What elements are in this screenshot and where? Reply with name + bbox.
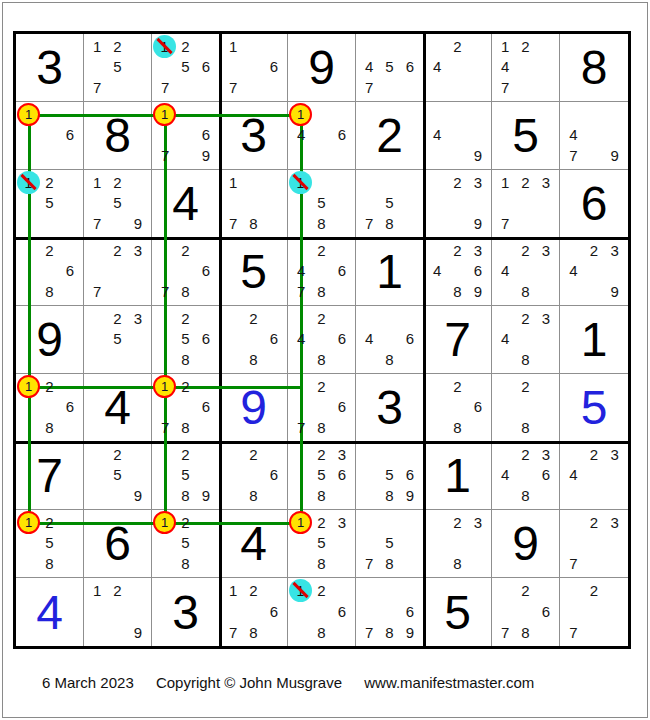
- pencil-marks: 58: [291, 172, 352, 234]
- cell-r7c5[interactable]: 23568: [288, 442, 356, 510]
- cell-r9c6[interactable]: 6789: [356, 578, 424, 646]
- pencil-marks: 23568: [291, 444, 352, 506]
- given-digit: 9: [16, 306, 83, 373]
- candidate-2: 2: [39, 172, 59, 193]
- given-digit: 9: [288, 34, 355, 101]
- cell-r3c4[interactable]: 178: [220, 170, 288, 238]
- footer: 6 March 2023 Copyright © John Musgrave w…: [42, 674, 552, 691]
- candidate-6: 6: [196, 57, 216, 78]
- pencil-marks: 28: [495, 376, 556, 438]
- pencil-marks: 4567: [359, 36, 420, 98]
- cell-r6c9[interactable]: 5: [560, 374, 628, 442]
- candidate-4: 4: [291, 261, 311, 282]
- candidate-9: 9: [128, 485, 148, 506]
- candidate-2: 2: [243, 444, 263, 465]
- cell-r2c5[interactable]: 46: [288, 102, 356, 170]
- solved-digit: 5: [560, 374, 628, 441]
- candidate-2: 2: [107, 580, 127, 601]
- pencil-marks: 679: [155, 104, 216, 166]
- pencil-marks: 237: [563, 512, 625, 574]
- candidate-2: 2: [175, 512, 195, 533]
- cell-r8c8[interactable]: 9: [492, 510, 560, 578]
- candidate-2: 2: [311, 580, 331, 601]
- pencil-marks: 237: [87, 240, 148, 302]
- candidate-2: 2: [175, 240, 195, 261]
- cell-r6c8[interactable]: 28: [492, 374, 560, 442]
- pencil-marks: 268: [291, 580, 352, 643]
- candidate-2: 2: [584, 444, 605, 465]
- candidate-2: 2: [175, 308, 195, 329]
- cell-r8c6[interactable]: 578: [356, 510, 424, 578]
- candidate-7: 7: [155, 281, 175, 302]
- candidate-7: 7: [563, 553, 584, 574]
- candidate-8: 8: [447, 553, 467, 574]
- cell-r2c7[interactable]: 49: [424, 102, 492, 170]
- cell-r6c4[interactable]: 9: [220, 374, 288, 442]
- candidate-2: 2: [107, 240, 127, 261]
- candidate-3: 3: [604, 240, 625, 261]
- candidate-6: 6: [264, 465, 284, 486]
- cell-r1c4[interactable]: 167: [220, 34, 288, 102]
- given-digit: 5: [492, 102, 559, 169]
- pencil-marks: 24: [427, 36, 488, 98]
- candidate-6: 6: [196, 397, 216, 418]
- cell-r5c8[interactable]: 2348: [492, 306, 560, 374]
- pencil-marks: 468: [359, 308, 420, 370]
- candidate-2: 2: [447, 240, 467, 261]
- candidate-7: 7: [291, 417, 311, 438]
- cell-r1c8[interactable]: 1247: [492, 34, 560, 102]
- cell-r5c4[interactable]: 268: [220, 306, 288, 374]
- cell-r7c1[interactable]: 7: [16, 442, 84, 510]
- candidate-8: 8: [175, 281, 195, 302]
- candidate-8: 8: [175, 349, 195, 370]
- cell-r5c1[interactable]: 9: [16, 306, 84, 374]
- cell-r6c1[interactable]: 268: [16, 374, 84, 442]
- candidate-2: 2: [39, 512, 59, 533]
- candidate-4: 4: [427, 125, 447, 146]
- cell-r2c1[interactable]: 6: [16, 102, 84, 170]
- given-digit: 8: [560, 34, 628, 101]
- candidate-8: 8: [243, 485, 263, 506]
- candidate-7: 7: [563, 622, 584, 643]
- candidate-1: 1: [495, 172, 515, 193]
- candidate-7: 7: [291, 281, 311, 302]
- candidate-8: 8: [311, 349, 331, 370]
- candidate-6: 6: [536, 465, 556, 486]
- cell-r2c9[interactable]: 479: [560, 102, 628, 170]
- candidate-6: 6: [264, 57, 284, 78]
- candidate-2: 2: [584, 240, 605, 261]
- pencil-marks: 2678: [495, 580, 556, 643]
- cell-r7c8[interactable]: 23468: [492, 442, 560, 510]
- given-digit: 1: [424, 442, 491, 509]
- given-digit: 6: [84, 510, 151, 577]
- candidate-3: 3: [468, 512, 488, 533]
- pencil-marks: 46: [291, 104, 352, 166]
- cell-r9c3[interactable]: 3: [152, 578, 220, 646]
- candidate-2: 2: [515, 172, 535, 193]
- cell-r3c7[interactable]: 239: [424, 170, 492, 238]
- candidate-3: 3: [536, 444, 556, 465]
- candidate-5: 5: [175, 329, 195, 350]
- pencil-marks: 2678: [291, 376, 352, 438]
- candidate-3: 3: [332, 512, 352, 533]
- cell-r8c2[interactable]: 6: [84, 510, 152, 578]
- cell-r9c4[interactable]: 12678: [220, 578, 288, 646]
- pencil-marks: 2567: [155, 36, 216, 98]
- candidate-8: 8: [311, 281, 331, 302]
- cell-r4c8[interactable]: 2348: [492, 238, 560, 306]
- cell-r4c6[interactable]: 1: [356, 238, 424, 306]
- given-digit: 1: [356, 238, 423, 305]
- candidate-1: 1: [223, 580, 243, 601]
- candidate-7: 7: [563, 145, 584, 166]
- cell-r7c6[interactable]: 5689: [356, 442, 424, 510]
- candidate-4: 4: [495, 261, 515, 282]
- cell-r6c3[interactable]: 2678: [152, 374, 220, 442]
- candidate-2: 2: [107, 36, 127, 57]
- candidate-2: 2: [515, 444, 535, 465]
- candidate-7: 7: [155, 417, 175, 438]
- given-digit: 4: [220, 510, 287, 577]
- pencil-marks: 27: [563, 580, 625, 643]
- cell-r1c5[interactable]: 9: [288, 34, 356, 102]
- cell-r5c5[interactable]: 2468: [288, 306, 356, 374]
- cell-r9c8[interactable]: 2678: [492, 578, 560, 646]
- candidate-2: 2: [515, 376, 535, 397]
- cell-r3c1[interactable]: 25: [16, 170, 84, 238]
- candidate-2: 2: [515, 308, 535, 329]
- candidate-4: 4: [291, 329, 311, 350]
- given-digit: 7: [16, 442, 83, 509]
- candidate-6: 6: [196, 125, 216, 146]
- cell-r1c6[interactable]: 4567: [356, 34, 424, 102]
- candidate-7: 7: [87, 281, 107, 302]
- candidate-3: 3: [128, 308, 148, 329]
- candidate-4: 4: [495, 329, 515, 350]
- candidate-8: 8: [39, 281, 59, 302]
- pencil-marks: 239: [427, 172, 488, 234]
- pencil-marks: 578: [359, 172, 420, 234]
- candidate-7: 7: [223, 622, 243, 643]
- candidate-2: 2: [584, 580, 605, 601]
- candidate-7: 7: [359, 622, 379, 643]
- candidate-8: 8: [379, 349, 399, 370]
- candidate-4: 4: [427, 261, 447, 282]
- candidate-8: 8: [515, 485, 535, 506]
- pencil-marks: 2348: [495, 308, 556, 370]
- cell-r1c3[interactable]: 2567: [152, 34, 220, 102]
- candidate-4: 4: [563, 465, 584, 486]
- cell-r7c7[interactable]: 1: [424, 442, 492, 510]
- pencil-marks: 2678: [155, 240, 216, 302]
- candidate-8: 8: [311, 622, 331, 643]
- given-digit: 4: [84, 374, 151, 441]
- candidate-2: 2: [311, 444, 331, 465]
- candidate-6: 6: [196, 329, 216, 350]
- cell-r8c7[interactable]: 238: [424, 510, 492, 578]
- candidate-8: 8: [39, 417, 59, 438]
- pencil-marks: 12579: [87, 172, 148, 234]
- candidate-7: 7: [495, 622, 515, 643]
- pencil-marks: 49: [427, 104, 488, 166]
- pencil-marks: 258: [19, 512, 80, 574]
- cell-r1c1[interactable]: 3: [16, 34, 84, 102]
- cell-r9c1[interactable]: 4: [16, 578, 84, 646]
- candidate-8: 8: [311, 553, 331, 574]
- cell-r5c3[interactable]: 2568: [152, 306, 220, 374]
- cell-r2c6[interactable]: 2: [356, 102, 424, 170]
- pencil-marks: 2468: [291, 308, 352, 370]
- candidate-8: 8: [175, 417, 195, 438]
- cell-r5c6[interactable]: 468: [356, 306, 424, 374]
- footer-website-link[interactable]: www.manifestmaster.com: [364, 674, 534, 691]
- cell-r2c2[interactable]: 8: [84, 102, 152, 170]
- candidate-4: 4: [495, 57, 515, 78]
- given-digit: 6: [560, 170, 628, 237]
- candidate-7: 7: [495, 77, 515, 98]
- candidate-6: 6: [332, 261, 352, 282]
- candidate-9: 9: [196, 145, 216, 166]
- candidate-1: 1: [495, 36, 515, 57]
- cell-r4c7[interactable]: 234689: [424, 238, 492, 306]
- candidate-5: 5: [379, 193, 399, 214]
- candidate-8: 8: [447, 417, 467, 438]
- candidate-2: 2: [311, 376, 331, 397]
- pencil-marks: 259: [87, 444, 148, 506]
- candidate-5: 5: [107, 329, 127, 350]
- pencil-marks: 235: [87, 308, 148, 370]
- candidate-8: 8: [311, 485, 331, 506]
- cell-r5c9[interactable]: 1: [560, 306, 628, 374]
- candidate-8: 8: [175, 485, 195, 506]
- candidate-3: 3: [128, 240, 148, 261]
- cell-r8c3[interactable]: 258: [152, 510, 220, 578]
- solved-digit: 9: [220, 374, 287, 441]
- candidate-7: 7: [495, 213, 515, 234]
- candidate-4: 4: [563, 261, 584, 282]
- cell-r7c9[interactable]: 234: [560, 442, 628, 510]
- cell-r1c9[interactable]: 8: [560, 34, 628, 102]
- cell-r3c9[interactable]: 6: [560, 170, 628, 238]
- cell-r6c5[interactable]: 2678: [288, 374, 356, 442]
- given-digit: 8: [84, 102, 151, 169]
- candidate-2: 2: [39, 240, 59, 261]
- given-digit: 7: [424, 306, 491, 373]
- candidate-2: 2: [447, 36, 467, 57]
- candidate-6: 6: [400, 601, 420, 622]
- cell-r8c1[interactable]: 258: [16, 510, 84, 578]
- candidate-9: 9: [196, 485, 216, 506]
- candidate-9: 9: [604, 145, 625, 166]
- pencil-marks: 268: [223, 308, 284, 370]
- candidate-3: 3: [536, 240, 556, 261]
- candidate-2: 2: [447, 172, 467, 193]
- cell-r7c4[interactable]: 268: [220, 442, 288, 510]
- pencil-marks: 268: [223, 444, 284, 506]
- candidate-2: 2: [107, 444, 127, 465]
- candidate-6: 6: [60, 397, 80, 418]
- candidate-3: 3: [332, 444, 352, 465]
- pencil-marks: 1257: [87, 36, 148, 98]
- pencil-marks: 178: [223, 172, 284, 234]
- candidate-6: 6: [332, 601, 352, 622]
- candidate-6: 6: [332, 125, 352, 146]
- candidate-3: 3: [536, 172, 556, 193]
- candidate-8: 8: [515, 417, 535, 438]
- cell-r7c2[interactable]: 259: [84, 442, 152, 510]
- candidate-6: 6: [400, 329, 420, 350]
- candidate-7: 7: [359, 213, 379, 234]
- pencil-marks: 234: [563, 444, 625, 506]
- candidate-6: 6: [60, 125, 80, 146]
- pencil-marks: 1237: [495, 172, 556, 234]
- candidate-6: 6: [196, 261, 216, 282]
- cell-r4c3[interactable]: 2678: [152, 238, 220, 306]
- candidate-1: 1: [87, 580, 107, 601]
- candidate-6: 6: [264, 601, 284, 622]
- sudoku-board: 3125725671679456724124786867934624954792…: [13, 31, 631, 649]
- given-digit: 9: [492, 510, 559, 577]
- candidate-2: 2: [107, 308, 127, 329]
- candidate-6: 6: [60, 261, 80, 282]
- candidate-5: 5: [175, 57, 195, 78]
- pencil-marks: 238: [427, 512, 488, 574]
- candidate-5: 5: [107, 465, 127, 486]
- cell-r6c2[interactable]: 4: [84, 374, 152, 442]
- candidate-3: 3: [536, 308, 556, 329]
- candidate-8: 8: [311, 417, 331, 438]
- pencil-marks: 268: [427, 376, 488, 438]
- candidate-9: 9: [400, 622, 420, 643]
- cell-r8c5[interactable]: 2358: [288, 510, 356, 578]
- candidate-4: 4: [359, 57, 379, 78]
- cell-r8c9[interactable]: 237: [560, 510, 628, 578]
- candidate-1: 1: [223, 172, 243, 193]
- cell-r2c8[interactable]: 5: [492, 102, 560, 170]
- cell-r5c7[interactable]: 7: [424, 306, 492, 374]
- candidate-6: 6: [536, 601, 556, 622]
- given-digit: 3: [356, 374, 423, 441]
- cell-r3c8[interactable]: 1237: [492, 170, 560, 238]
- pencil-marks: 479: [563, 104, 625, 166]
- cell-r1c2[interactable]: 1257: [84, 34, 152, 102]
- cell-r7c3[interactable]: 2589: [152, 442, 220, 510]
- candidate-7: 7: [359, 77, 379, 98]
- cell-r3c6[interactable]: 578: [356, 170, 424, 238]
- cell-r4c4[interactable]: 5: [220, 238, 288, 306]
- candidate-2: 2: [447, 512, 467, 533]
- candidate-6: 6: [468, 261, 488, 282]
- candidate-8: 8: [515, 349, 535, 370]
- candidate-4: 4: [291, 125, 311, 146]
- cell-r4c5[interactable]: 24678: [288, 238, 356, 306]
- candidate-9: 9: [128, 213, 148, 234]
- pencil-marks: 268: [19, 240, 80, 302]
- candidate-8: 8: [379, 485, 399, 506]
- footer-copyright: Copyright © John Musgrave: [156, 674, 342, 691]
- cell-r3c5[interactable]: 58: [288, 170, 356, 238]
- pencil-marks: 268: [19, 376, 80, 438]
- candidate-8: 8: [39, 553, 59, 574]
- cell-r9c9[interactable]: 27: [560, 578, 628, 646]
- pencil-marks: 234689: [427, 240, 488, 302]
- pencil-marks: 578: [359, 512, 420, 574]
- pencil-marks: 2349: [563, 240, 625, 302]
- pencil-marks: 258: [155, 512, 216, 574]
- cell-r8c4[interactable]: 4: [220, 510, 288, 578]
- candidate-5: 5: [379, 57, 399, 78]
- candidate-6: 6: [400, 57, 420, 78]
- candidate-5: 5: [311, 193, 331, 214]
- given-digit: 3: [16, 34, 83, 101]
- cell-r3c2[interactable]: 12579: [84, 170, 152, 238]
- candidate-5: 5: [311, 465, 331, 486]
- cell-r1c7[interactable]: 24: [424, 34, 492, 102]
- cell-r2c4[interactable]: 3: [220, 102, 288, 170]
- cell-r5c2[interactable]: 235: [84, 306, 152, 374]
- candidate-9: 9: [468, 213, 488, 234]
- candidate-2: 2: [515, 580, 535, 601]
- pencil-marks: 6: [19, 104, 80, 166]
- candidate-9: 9: [400, 485, 420, 506]
- candidate-5: 5: [175, 465, 195, 486]
- candidate-2: 2: [311, 512, 331, 533]
- cell-r4c9[interactable]: 2349: [560, 238, 628, 306]
- candidate-7: 7: [87, 77, 107, 98]
- candidate-2: 2: [175, 36, 195, 57]
- pencil-marks: 1247: [495, 36, 556, 98]
- pencil-marks: 2589: [155, 444, 216, 506]
- candidate-1: 1: [87, 36, 107, 57]
- cell-r4c1[interactable]: 268: [16, 238, 84, 306]
- cell-r2c3[interactable]: 679: [152, 102, 220, 170]
- given-digit: 4: [152, 170, 219, 237]
- candidate-7: 7: [223, 213, 243, 234]
- cell-r9c7[interactable]: 5: [424, 578, 492, 646]
- pencil-marks: 25: [19, 172, 80, 234]
- candidate-3: 3: [468, 240, 488, 261]
- cell-r6c7[interactable]: 268: [424, 374, 492, 442]
- cell-r6c6[interactable]: 3: [356, 374, 424, 442]
- cell-r3c3[interactable]: 4: [152, 170, 220, 238]
- pencil-marks: 2678: [155, 376, 216, 438]
- candidate-9: 9: [128, 622, 148, 643]
- cell-r4c2[interactable]: 237: [84, 238, 152, 306]
- candidate-8: 8: [379, 622, 399, 643]
- cell-r9c2[interactable]: 129: [84, 578, 152, 646]
- candidate-7: 7: [155, 145, 175, 166]
- candidate-2: 2: [584, 512, 605, 533]
- candidate-6: 6: [332, 329, 352, 350]
- candidate-5: 5: [39, 193, 59, 214]
- given-digit: 5: [424, 578, 491, 646]
- cell-r9c5[interactable]: 268: [288, 578, 356, 646]
- candidate-1: 1: [223, 36, 243, 57]
- candidate-2: 2: [311, 240, 331, 261]
- candidate-2: 2: [175, 444, 195, 465]
- candidate-8: 8: [515, 281, 535, 302]
- candidate-8: 8: [379, 213, 399, 234]
- candidate-6: 6: [264, 329, 284, 350]
- candidate-2: 2: [515, 36, 535, 57]
- pencil-marks: 24678: [291, 240, 352, 302]
- candidate-2: 2: [447, 376, 467, 397]
- pencil-marks: 2358: [291, 512, 352, 574]
- candidate-5: 5: [107, 193, 127, 214]
- pencil-marks: 23468: [495, 444, 556, 506]
